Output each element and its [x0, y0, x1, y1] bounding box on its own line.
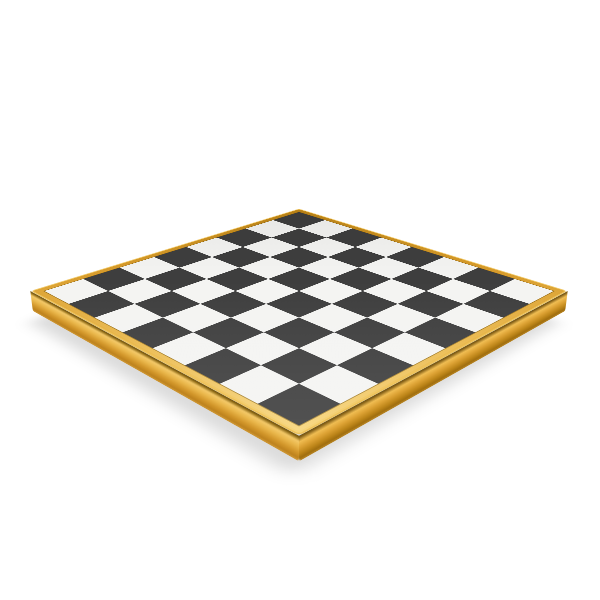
chess-board: [30, 209, 567, 436]
square: [200, 291, 266, 318]
square: [332, 291, 398, 318]
square: [193, 318, 264, 349]
square: [185, 348, 261, 384]
square: [299, 332, 372, 365]
square: [69, 291, 135, 318]
square: [264, 318, 335, 349]
board-frame-top: [30, 209, 567, 436]
square: [405, 318, 476, 349]
square: [266, 291, 332, 318]
square: [334, 318, 405, 349]
square: [123, 318, 194, 349]
square: [220, 365, 299, 403]
square: [261, 348, 337, 384]
square: [337, 348, 413, 384]
square: [367, 304, 435, 332]
square: [226, 332, 299, 365]
board-grid: [44, 212, 553, 425]
square: [299, 304, 367, 332]
square: [463, 291, 529, 318]
square: [299, 365, 378, 403]
square: [435, 304, 503, 332]
square: [372, 332, 445, 365]
square: [153, 332, 226, 365]
square: [398, 291, 464, 318]
square: [135, 291, 201, 318]
product-stage: [0, 0, 600, 600]
square: [95, 304, 163, 332]
square: [231, 304, 299, 332]
square: [163, 304, 231, 332]
